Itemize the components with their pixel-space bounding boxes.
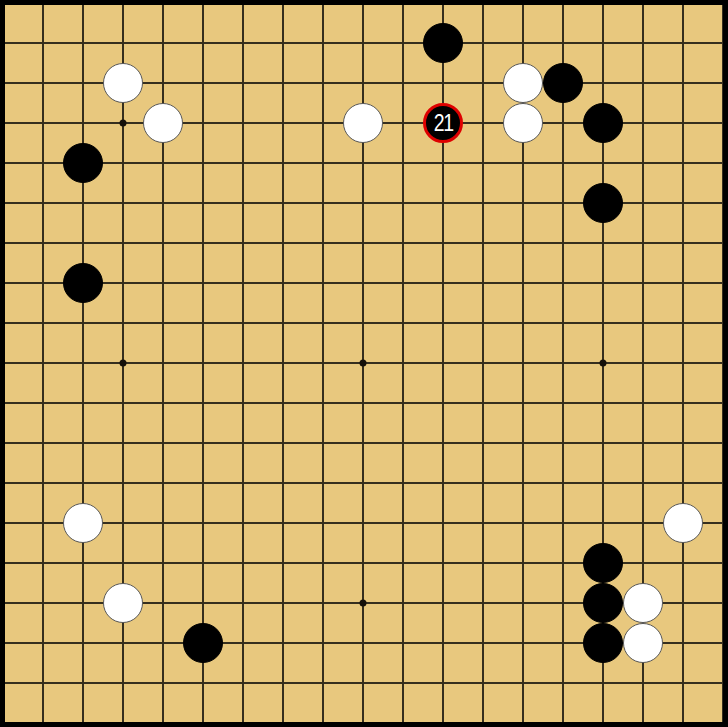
star-point bbox=[120, 120, 127, 127]
black-stone-Q3 bbox=[583, 623, 623, 663]
white-stone-O16 bbox=[503, 103, 543, 143]
white-stone-E16 bbox=[143, 103, 183, 143]
black-stone-Q4 bbox=[583, 583, 623, 623]
white-stone-R3 bbox=[623, 623, 663, 663]
white-stone-D17 bbox=[103, 63, 143, 103]
move-number-label: 21 bbox=[433, 112, 452, 135]
star-point bbox=[600, 360, 607, 367]
white-stone-K16 bbox=[343, 103, 383, 143]
go-board[interactable]: 21 bbox=[0, 0, 728, 727]
white-stone-C6 bbox=[63, 503, 103, 543]
black-stone-Q14 bbox=[583, 183, 623, 223]
white-stone-R4 bbox=[623, 583, 663, 623]
black-stone-P17 bbox=[543, 63, 583, 103]
black-stone-C12 bbox=[63, 263, 103, 303]
star-point bbox=[360, 360, 367, 367]
white-stone-D4 bbox=[103, 583, 143, 623]
black-stone-F3 bbox=[183, 623, 223, 663]
star-point bbox=[360, 600, 367, 607]
black-stone-C15 bbox=[63, 143, 103, 183]
black-stone-M16-last-move: 21 bbox=[423, 103, 463, 143]
white-stone-O17 bbox=[503, 63, 543, 103]
black-stone-Q16 bbox=[583, 103, 623, 143]
black-stone-M18 bbox=[423, 23, 463, 63]
white-stone-S6 bbox=[663, 503, 703, 543]
black-stone-Q5 bbox=[583, 543, 623, 583]
star-point bbox=[120, 360, 127, 367]
